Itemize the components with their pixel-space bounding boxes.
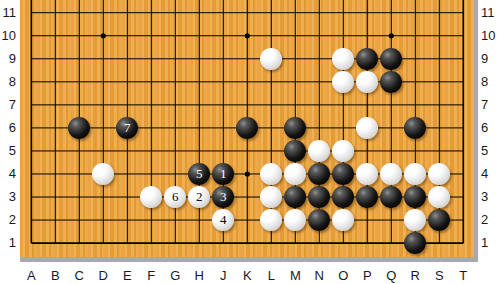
stone-white-D4 (92, 163, 114, 185)
board-cell-T1[interactable] (451, 231, 475, 254)
board-cell-T9[interactable] (451, 47, 475, 70)
board-cell-O8[interactable] (331, 70, 355, 93)
board-cell-P1[interactable] (355, 231, 379, 254)
board-cell-F9[interactable] (139, 47, 163, 70)
stone-black-R3 (404, 186, 426, 208)
row-label-right-8: 8 (481, 74, 497, 90)
board-cell-R6[interactable] (403, 116, 427, 139)
column-label-B: B (43, 269, 67, 283)
stone-black-E6: 7 (116, 117, 138, 139)
board-cell-P6[interactable] (355, 116, 379, 139)
stone-black-M3 (284, 186, 306, 208)
board-cell-H10[interactable] (187, 24, 211, 47)
board-cell-G3[interactable]: 6 (163, 185, 187, 208)
column-label-R: R (403, 269, 427, 283)
board-cell-T8[interactable] (451, 70, 475, 93)
board-cell-J6[interactable] (211, 116, 235, 139)
board-cell-H1[interactable] (187, 231, 211, 254)
board-cell-F7[interactable] (139, 93, 163, 116)
column-label-M: M (283, 269, 307, 283)
board-cell-C9[interactable] (67, 47, 91, 70)
column-label-F: F (139, 269, 163, 283)
board-cell-E2[interactable] (115, 208, 139, 231)
board-cell-N10[interactable] (307, 24, 331, 47)
board-cell-K8[interactable] (235, 70, 259, 93)
board-cell-Q6[interactable] (379, 116, 403, 139)
board-cell-Q9[interactable] (379, 47, 403, 70)
stone-white-L9 (260, 48, 282, 70)
board-cell-O1[interactable] (331, 231, 355, 254)
stone-white-M4 (284, 163, 306, 185)
board-cell-H3[interactable]: 2 (187, 185, 211, 208)
move-number-label: 2 (196, 190, 203, 203)
board-cell-T5[interactable] (451, 139, 475, 162)
row-label-right-1: 1 (481, 235, 497, 251)
board-cell-J11[interactable] (211, 1, 235, 24)
stone-white-H3: 2 (188, 186, 210, 208)
stone-white-J2: 4 (212, 209, 234, 231)
board-cell-D4[interactable] (91, 162, 115, 185)
board-cell-F6[interactable] (139, 116, 163, 139)
row-label-left-2: 2 (0, 212, 16, 228)
column-label-K: K (235, 269, 259, 283)
board-cell-D5[interactable] (91, 139, 115, 162)
column-label-H: H (187, 269, 211, 283)
stone-black-P9 (356, 48, 378, 70)
stone-black-O3 (332, 186, 354, 208)
board-cell-G5[interactable] (163, 139, 187, 162)
board-cell-M11[interactable] (283, 1, 307, 24)
board-cell-M5[interactable] (283, 139, 307, 162)
board-cell-K6[interactable] (235, 116, 259, 139)
move-number-label: 1 (220, 167, 227, 180)
stone-white-R4 (404, 163, 426, 185)
board-cell-J8[interactable] (211, 70, 235, 93)
stone-black-J3: 3 (212, 186, 234, 208)
board-cell-N1[interactable] (307, 231, 331, 254)
stone-white-L2 (260, 209, 282, 231)
board-cell-N11[interactable] (307, 1, 331, 24)
board-cell-K3[interactable] (235, 185, 259, 208)
board-cell-J2[interactable]: 4 (211, 208, 235, 231)
board-cell-E3[interactable] (115, 185, 139, 208)
stone-white-P6 (356, 117, 378, 139)
board-cell-S6[interactable] (427, 116, 451, 139)
row-label-right-4: 4 (481, 166, 497, 182)
stone-white-O8 (332, 71, 354, 93)
board-cell-H6[interactable] (187, 116, 211, 139)
board-cell-N8[interactable] (307, 70, 331, 93)
board-cell-K1[interactable] (235, 231, 259, 254)
board-cell-B6[interactable] (43, 116, 67, 139)
row-label-right-6: 6 (481, 120, 497, 136)
board-cell-K11[interactable] (235, 1, 259, 24)
board-cell-T7[interactable] (451, 93, 475, 116)
board-cell-H4[interactable]: 5 (187, 162, 211, 185)
board-cell-P2[interactable] (355, 208, 379, 231)
board-grid: 7516234 (19, 1, 475, 254)
board-cell-N9[interactable] (307, 47, 331, 70)
board-cell-R4[interactable] (403, 162, 427, 185)
board-cell-L8[interactable] (259, 70, 283, 93)
stone-white-O9 (332, 48, 354, 70)
board-cell-F1[interactable] (139, 231, 163, 254)
board-cell-N5[interactable] (307, 139, 331, 162)
board-cell-Q2[interactable] (379, 208, 403, 231)
board-cell-P8[interactable] (355, 70, 379, 93)
board-cell-C3[interactable] (67, 185, 91, 208)
board-cell-M7[interactable] (283, 93, 307, 116)
board-cell-G4[interactable] (163, 162, 187, 185)
board-cell-O4[interactable] (331, 162, 355, 185)
row-label-left-8: 8 (0, 74, 16, 90)
board-cell-F11[interactable] (139, 1, 163, 24)
board-cell-O11[interactable] (331, 1, 355, 24)
board-cell-N3[interactable] (307, 185, 331, 208)
board-cell-S11[interactable] (427, 1, 451, 24)
move-number-label: 3 (220, 190, 227, 203)
board-cell-E11[interactable] (115, 1, 139, 24)
board-cell-S10[interactable] (427, 24, 451, 47)
board-cell-J9[interactable] (211, 47, 235, 70)
board-cell-A5[interactable] (19, 139, 43, 162)
board-cell-D6[interactable] (91, 116, 115, 139)
board-cell-L2[interactable] (259, 208, 283, 231)
stone-black-R6 (404, 117, 426, 139)
board-cell-N4[interactable] (307, 162, 331, 185)
column-label-Q: Q (379, 269, 403, 283)
column-label-J: J (211, 269, 235, 283)
move-number-label: 7 (124, 121, 131, 134)
column-label-T: T (451, 269, 475, 283)
board-cell-B2[interactable] (43, 208, 67, 231)
board-cell-R10[interactable] (403, 24, 427, 47)
stone-white-P8 (356, 71, 378, 93)
row-label-left-9: 9 (0, 51, 16, 67)
board-cell-S4[interactable] (427, 162, 451, 185)
board-cell-R9[interactable] (403, 47, 427, 70)
stone-black-C6 (68, 117, 90, 139)
board-cell-E1[interactable] (115, 231, 139, 254)
board-cell-Q11[interactable] (379, 1, 403, 24)
board-cell-L3[interactable] (259, 185, 283, 208)
board-cell-Q7[interactable] (379, 93, 403, 116)
move-number-label: 4 (220, 213, 227, 226)
board-cell-T3[interactable] (451, 185, 475, 208)
stone-black-M6 (284, 117, 306, 139)
column-label-D: D (91, 269, 115, 283)
board-cell-Q4[interactable] (379, 162, 403, 185)
board-cell-P4[interactable] (355, 162, 379, 185)
board-cell-Q1[interactable] (379, 231, 403, 254)
board-cell-F4[interactable] (139, 162, 163, 185)
board-cell-M6[interactable] (283, 116, 307, 139)
board-cell-B3[interactable] (43, 185, 67, 208)
board-cell-B4[interactable] (43, 162, 67, 185)
board-cell-A3[interactable] (19, 185, 43, 208)
board-cell-A8[interactable] (19, 70, 43, 93)
board-cell-M10[interactable] (283, 24, 307, 47)
stone-white-P4 (356, 163, 378, 185)
board-cell-R3[interactable] (403, 185, 427, 208)
board-cell-Q3[interactable] (379, 185, 403, 208)
column-label-N: N (307, 269, 331, 283)
stone-black-P3 (356, 186, 378, 208)
board-cell-M3[interactable] (283, 185, 307, 208)
board-cell-S8[interactable] (427, 70, 451, 93)
stone-black-Q8 (380, 71, 402, 93)
board-cell-H9[interactable] (187, 47, 211, 70)
board-cell-L6[interactable] (259, 116, 283, 139)
board-cell-Q10[interactable] (379, 24, 403, 47)
board-cell-D7[interactable] (91, 93, 115, 116)
stone-white-S4 (428, 163, 450, 185)
board-cell-J7[interactable] (211, 93, 235, 116)
board-cell-T10[interactable] (451, 24, 475, 47)
board-cell-N7[interactable] (307, 93, 331, 116)
board-cell-J4[interactable]: 1 (211, 162, 235, 185)
row-label-right-2: 2 (481, 212, 497, 228)
board-cell-P10[interactable] (355, 24, 379, 47)
board-cell-M8[interactable] (283, 70, 307, 93)
board-cell-T6[interactable] (451, 116, 475, 139)
row-label-right-10: 10 (481, 28, 497, 44)
stone-white-L4 (260, 163, 282, 185)
board-cell-L1[interactable] (259, 231, 283, 254)
board-cell-A1[interactable] (19, 231, 43, 254)
board-cell-G6[interactable] (163, 116, 187, 139)
move-number-label: 6 (172, 190, 179, 203)
board-cell-E10[interactable] (115, 24, 139, 47)
board-cell-R2[interactable] (403, 208, 427, 231)
stone-black-N2 (308, 209, 330, 231)
board-cell-O3[interactable] (331, 185, 355, 208)
stone-black-N3 (308, 186, 330, 208)
row-label-left-1: 1 (0, 235, 16, 251)
row-label-left-6: 6 (0, 120, 16, 136)
row-label-left-10: 10 (0, 28, 16, 44)
board-cell-A4[interactable] (19, 162, 43, 185)
stone-black-H4: 5 (188, 163, 210, 185)
board-cell-A2[interactable] (19, 208, 43, 231)
board-cell-B9[interactable] (43, 47, 67, 70)
board-cell-C5[interactable] (67, 139, 91, 162)
stone-white-F3 (140, 186, 162, 208)
stone-white-R2 (404, 209, 426, 231)
board-cell-F3[interactable] (139, 185, 163, 208)
board-cell-E6[interactable]: 7 (115, 116, 139, 139)
board-cell-O10[interactable] (331, 24, 355, 47)
board-cell-S9[interactable] (427, 47, 451, 70)
go-board: 7516234 (20, 0, 478, 262)
board-cell-R7[interactable] (403, 93, 427, 116)
board-cell-N2[interactable] (307, 208, 331, 231)
column-label-E: E (115, 269, 139, 283)
stone-white-N5 (308, 140, 330, 162)
row-label-left-7: 7 (0, 97, 16, 113)
go-board-screenshot: 7516234 1234567891011 1234567891011 ABCD… (0, 0, 500, 284)
board-cell-K9[interactable] (235, 47, 259, 70)
board-cell-B10[interactable] (43, 24, 67, 47)
row-label-right-11: 11 (481, 5, 497, 21)
board-cell-D10[interactable] (91, 24, 115, 47)
board-cell-P11[interactable] (355, 1, 379, 24)
stone-white-G3: 6 (164, 186, 186, 208)
board-cell-D11[interactable] (91, 1, 115, 24)
board-cell-Q5[interactable] (379, 139, 403, 162)
board-cell-C6[interactable] (67, 116, 91, 139)
column-label-G: G (163, 269, 187, 283)
board-cell-C8[interactable] (67, 70, 91, 93)
board-cell-E9[interactable] (115, 47, 139, 70)
board-cell-N6[interactable] (307, 116, 331, 139)
move-number-label: 5 (196, 167, 203, 180)
board-cell-C7[interactable] (67, 93, 91, 116)
board-cell-C10[interactable] (67, 24, 91, 47)
board-cell-G2[interactable] (163, 208, 187, 231)
board-cell-R5[interactable] (403, 139, 427, 162)
board-cell-C11[interactable] (67, 1, 91, 24)
stone-black-N4 (308, 163, 330, 185)
stone-black-M5 (284, 140, 306, 162)
stone-black-K6 (236, 117, 258, 139)
board-cell-L4[interactable] (259, 162, 283, 185)
stone-white-O5 (332, 140, 354, 162)
board-cell-O7[interactable] (331, 93, 355, 116)
board-cell-P9[interactable] (355, 47, 379, 70)
board-cell-P3[interactable] (355, 185, 379, 208)
board-cell-E5[interactable] (115, 139, 139, 162)
board-cell-F10[interactable] (139, 24, 163, 47)
stone-black-O4 (332, 163, 354, 185)
board-cell-K4[interactable] (235, 162, 259, 185)
board-cell-O6[interactable] (331, 116, 355, 139)
board-cell-L9[interactable] (259, 47, 283, 70)
board-cell-J1[interactable] (211, 231, 235, 254)
board-cell-B1[interactable] (43, 231, 67, 254)
board-cell-E8[interactable] (115, 70, 139, 93)
stone-white-M2 (284, 209, 306, 231)
board-cell-J5[interactable] (211, 139, 235, 162)
board-cell-O9[interactable] (331, 47, 355, 70)
column-label-S: S (427, 269, 451, 283)
board-cell-A10[interactable] (19, 24, 43, 47)
row-label-left-5: 5 (0, 143, 16, 159)
board-cell-S1[interactable] (427, 231, 451, 254)
board-cell-O5[interactable] (331, 139, 355, 162)
board-cell-G8[interactable] (163, 70, 187, 93)
board-cell-S7[interactable] (427, 93, 451, 116)
board-cell-F8[interactable] (139, 70, 163, 93)
stone-black-S2 (428, 209, 450, 231)
board-cell-B7[interactable] (43, 93, 67, 116)
board-cell-D8[interactable] (91, 70, 115, 93)
board-cell-T11[interactable] (451, 1, 475, 24)
board-cell-G11[interactable] (163, 1, 187, 24)
board-cell-H11[interactable] (187, 1, 211, 24)
stone-white-L3 (260, 186, 282, 208)
row-label-right-9: 9 (481, 51, 497, 67)
board-cell-P7[interactable] (355, 93, 379, 116)
board-cell-J3[interactable]: 3 (211, 185, 235, 208)
board-cell-L11[interactable] (259, 1, 283, 24)
board-cell-K5[interactable] (235, 139, 259, 162)
board-cell-S5[interactable] (427, 139, 451, 162)
board-cell-G9[interactable] (163, 47, 187, 70)
board-cell-T2[interactable] (451, 208, 475, 231)
board-cell-B11[interactable] (43, 1, 67, 24)
row-label-left-11: 11 (0, 5, 16, 21)
row-label-right-7: 7 (481, 97, 497, 113)
row-label-right-3: 3 (481, 189, 497, 205)
board-cell-B5[interactable] (43, 139, 67, 162)
board-cell-K10[interactable] (235, 24, 259, 47)
board-cell-J10[interactable] (211, 24, 235, 47)
board-cell-L7[interactable] (259, 93, 283, 116)
board-cell-A6[interactable] (19, 116, 43, 139)
stone-black-Q9 (380, 48, 402, 70)
board-cell-R1[interactable] (403, 231, 427, 254)
board-cell-H5[interactable] (187, 139, 211, 162)
stone-white-S3 (428, 186, 450, 208)
board-cell-C1[interactable] (67, 231, 91, 254)
column-label-C: C (67, 269, 91, 283)
board-cell-P5[interactable] (355, 139, 379, 162)
board-cell-G10[interactable] (163, 24, 187, 47)
board-cell-D9[interactable] (91, 47, 115, 70)
board-cell-R11[interactable] (403, 1, 427, 24)
board-cell-K7[interactable] (235, 93, 259, 116)
board-cell-L5[interactable] (259, 139, 283, 162)
board-cell-L10[interactable] (259, 24, 283, 47)
board-cell-H8[interactable] (187, 70, 211, 93)
board-cell-Q8[interactable] (379, 70, 403, 93)
board-cell-F2[interactable] (139, 208, 163, 231)
stone-black-R1 (404, 232, 426, 254)
board-cell-C2[interactable] (67, 208, 91, 231)
board-cell-F5[interactable] (139, 139, 163, 162)
board-cell-C4[interactable] (67, 162, 91, 185)
row-label-left-4: 4 (0, 166, 16, 182)
board-cell-H7[interactable] (187, 93, 211, 116)
board-cell-D3[interactable] (91, 185, 115, 208)
board-cell-D1[interactable] (91, 231, 115, 254)
board-cell-S2[interactable] (427, 208, 451, 231)
board-cell-M1[interactable] (283, 231, 307, 254)
board-cell-K2[interactable] (235, 208, 259, 231)
board-cell-O2[interactable] (331, 208, 355, 231)
board-cell-M4[interactable] (283, 162, 307, 185)
board-cell-S3[interactable] (427, 185, 451, 208)
board-cell-D2[interactable] (91, 208, 115, 231)
column-label-O: O (331, 269, 355, 283)
board-cell-A7[interactable] (19, 93, 43, 116)
board-cell-T4[interactable] (451, 162, 475, 185)
board-cell-E7[interactable] (115, 93, 139, 116)
board-cell-M9[interactable] (283, 47, 307, 70)
board-cell-G1[interactable] (163, 231, 187, 254)
board-cell-R8[interactable] (403, 70, 427, 93)
board-cell-H2[interactable] (187, 208, 211, 231)
stone-black-Q3 (380, 186, 402, 208)
board-cell-A9[interactable] (19, 47, 43, 70)
row-label-right-5: 5 (481, 143, 497, 159)
board-cell-G7[interactable] (163, 93, 187, 116)
board-cell-E4[interactable] (115, 162, 139, 185)
board-cell-M2[interactable] (283, 208, 307, 231)
board-cell-A11[interactable] (19, 1, 43, 24)
board-cell-B8[interactable] (43, 70, 67, 93)
